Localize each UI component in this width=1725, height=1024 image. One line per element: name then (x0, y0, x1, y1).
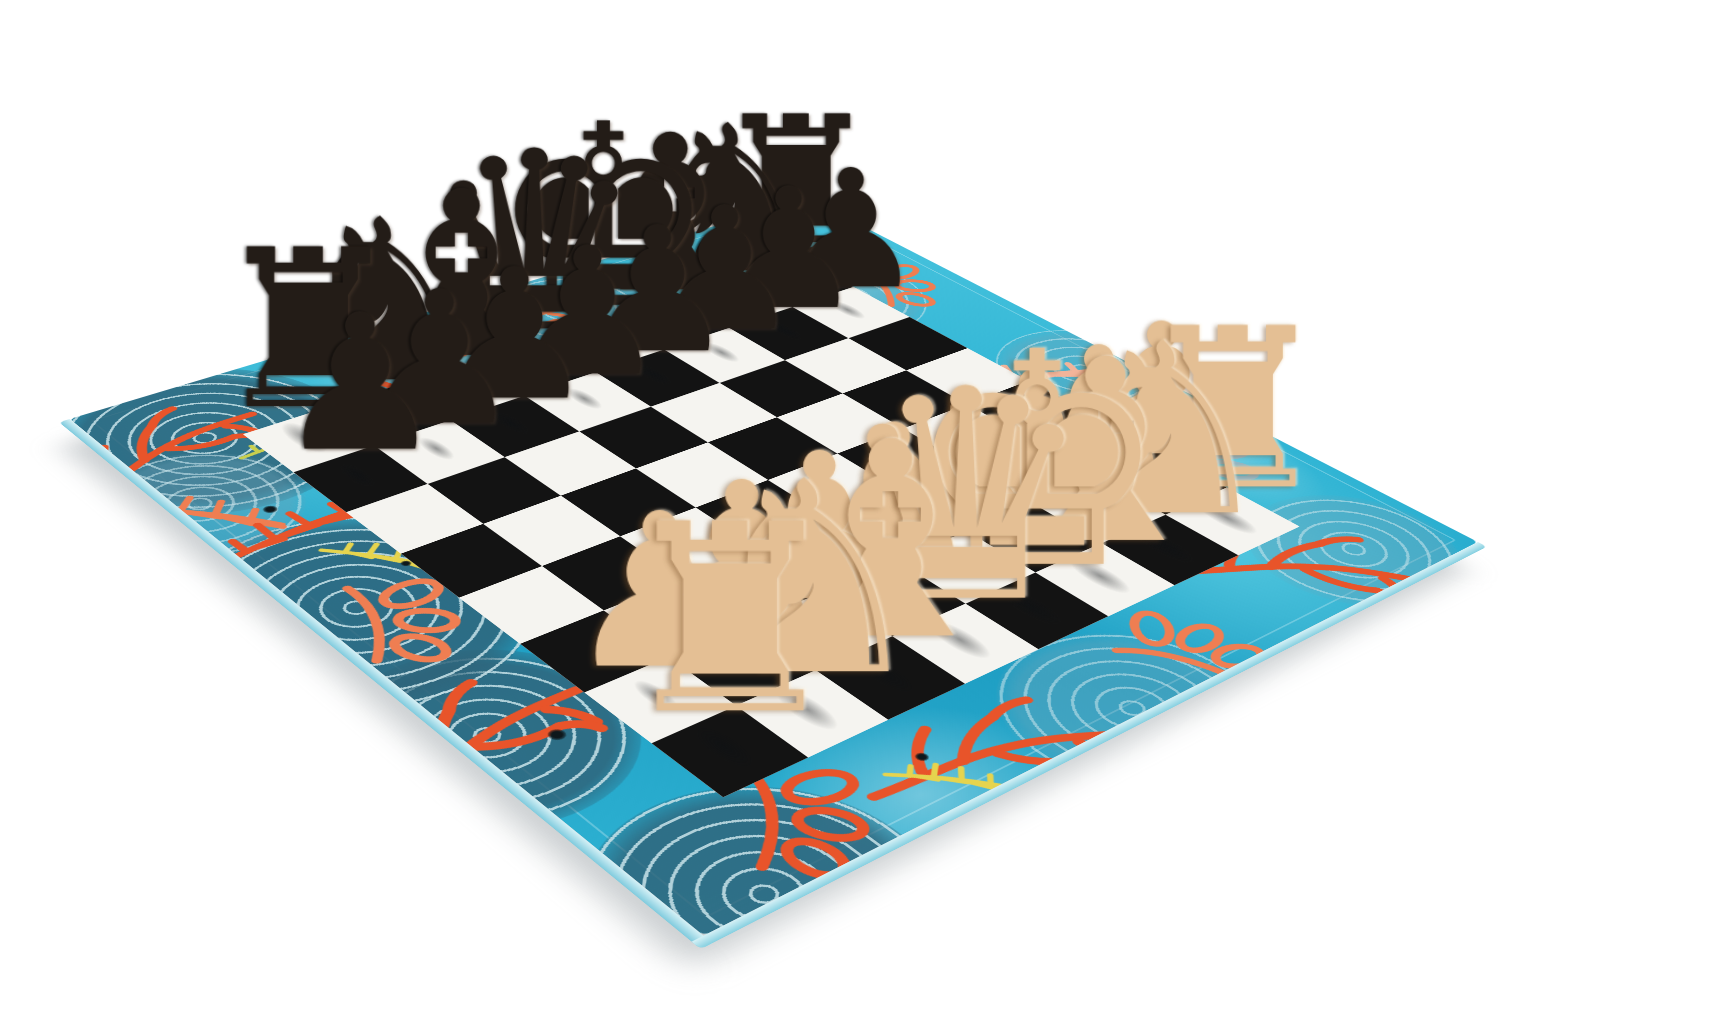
cardboard-speck (912, 751, 932, 763)
cardboard-speck (260, 504, 280, 514)
black-pawn[interactable]: ♟ (156, 290, 563, 478)
white-rook[interactable]: ♜ (493, 490, 967, 750)
chess-board: ♜♟♟♜♞♟♟♞♝♟♟♝♚♟♟♚♛♟♟♛♝♟♟♝♞♟♟♞♜♟♟♜ (70, 198, 1478, 936)
scene: ♜♟♟♜♞♟♟♞♝♟♟♝♚♟♟♚♛♟♟♛♝♟♟♝♞♟♟♞♜♟♟♜ (0, 0, 1725, 1024)
